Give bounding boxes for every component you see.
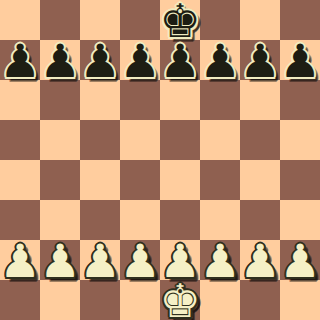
- square-b4[interactable]: [40, 160, 80, 200]
- square-h4[interactable]: [280, 160, 320, 200]
- square-c7[interactable]: ♟: [80, 40, 120, 80]
- square-c4[interactable]: [80, 160, 120, 200]
- black-pawn-piece[interactable]: ♟: [39, 38, 80, 84]
- square-b7[interactable]: ♟: [40, 40, 80, 80]
- white-pawn-piece[interactable]: ♟: [239, 238, 280, 284]
- square-a4[interactable]: [0, 160, 40, 200]
- square-f7[interactable]: ♟: [200, 40, 240, 80]
- square-a2[interactable]: ♟: [0, 240, 40, 280]
- square-g2[interactable]: ♟: [240, 240, 280, 280]
- white-pawn-piece[interactable]: ♟: [119, 238, 160, 284]
- square-a5[interactable]: [0, 120, 40, 160]
- square-e7[interactable]: ♟: [160, 40, 200, 80]
- square-b5[interactable]: [40, 120, 80, 160]
- white-pawn-piece[interactable]: ♟: [0, 238, 41, 284]
- square-h7[interactable]: ♟: [280, 40, 320, 80]
- square-h5[interactable]: [280, 120, 320, 160]
- white-pawn-piece[interactable]: ♟: [39, 238, 80, 284]
- square-c2[interactable]: ♟: [80, 240, 120, 280]
- black-pawn-piece[interactable]: ♟: [79, 38, 120, 84]
- square-h2[interactable]: ♟: [280, 240, 320, 280]
- white-pawn-piece[interactable]: ♟: [199, 238, 240, 284]
- black-pawn-piece[interactable]: ♟: [159, 38, 200, 84]
- square-e4[interactable]: [160, 160, 200, 200]
- black-pawn-piece[interactable]: ♟: [279, 38, 320, 84]
- square-g4[interactable]: [240, 160, 280, 200]
- square-b2[interactable]: ♟: [40, 240, 80, 280]
- square-d5[interactable]: [120, 120, 160, 160]
- square-g5[interactable]: [240, 120, 280, 160]
- black-pawn-piece[interactable]: ♟: [199, 38, 240, 84]
- square-f2[interactable]: ♟: [200, 240, 240, 280]
- square-d4[interactable]: [120, 160, 160, 200]
- square-d7[interactable]: ♟: [120, 40, 160, 80]
- black-pawn-piece[interactable]: ♟: [239, 38, 280, 84]
- square-f4[interactable]: [200, 160, 240, 200]
- black-pawn-piece[interactable]: ♟: [0, 38, 41, 84]
- square-f5[interactable]: [200, 120, 240, 160]
- black-pawn-piece[interactable]: ♟: [119, 38, 160, 84]
- white-pawn-piece[interactable]: ♟: [79, 238, 120, 284]
- white-pawn-piece[interactable]: ♟: [279, 238, 320, 284]
- white-king-piece[interactable]: ♚: [159, 278, 200, 320]
- square-e5[interactable]: [160, 120, 200, 160]
- square-c5[interactable]: [80, 120, 120, 160]
- square-g7[interactable]: ♟: [240, 40, 280, 80]
- chess-board: ♚♟♟♟♟♟♟♟♟♟♟♟♟♟♟♟♟♚: [0, 0, 320, 320]
- square-e1[interactable]: ♚: [160, 280, 200, 320]
- square-a7[interactable]: ♟: [0, 40, 40, 80]
- square-d2[interactable]: ♟: [120, 240, 160, 280]
